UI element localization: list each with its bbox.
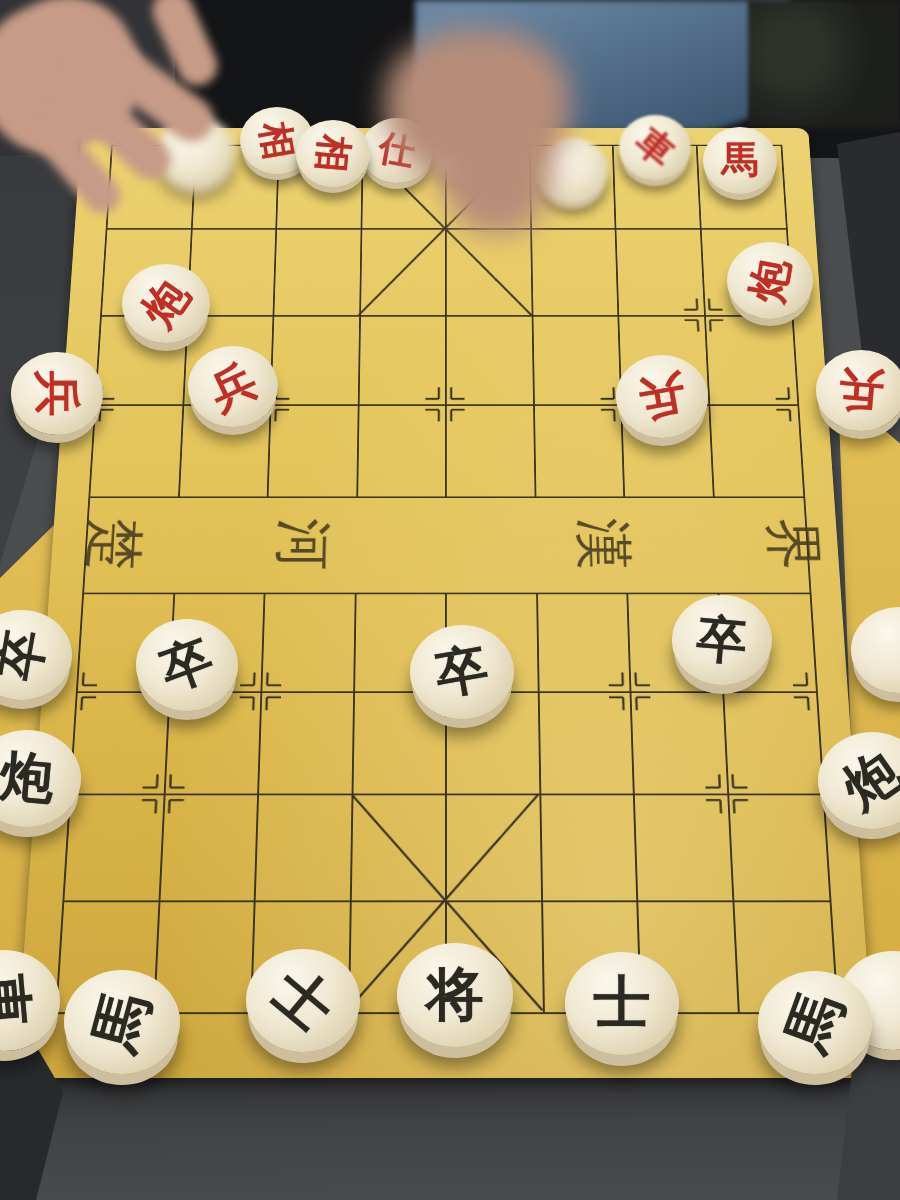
camo-shoulder	[748, 0, 900, 128]
piece-black-cannon-1[interactable]: 炮	[0, 730, 81, 827]
river-character: 界	[758, 518, 830, 570]
piece-red-horse-1[interactable]: 馬	[703, 127, 777, 194]
river-character: 河	[268, 518, 338, 570]
piece-red-soldier-3[interactable]: 兵	[616, 355, 708, 438]
piece-glyph: 相	[296, 113, 369, 193]
piece-glyph: 炮	[0, 725, 85, 831]
piece-glyph: 兵	[609, 347, 714, 445]
piece-red-elephant-2[interactable]: 相	[296, 120, 370, 187]
piece-glyph: 士	[565, 952, 679, 1055]
river-character: 楚	[79, 518, 151, 570]
piece-glyph: 兵	[16, 347, 99, 439]
piece-black-advisor-1[interactable]: 士	[246, 949, 360, 1052]
piece-black-advisor-2[interactable]: 士	[565, 952, 679, 1055]
piece-black-horse-2[interactable]: 馬	[758, 971, 872, 1074]
piece-red-cannon-2[interactable]: 炮	[727, 242, 813, 319]
piece-glyph: 将	[397, 943, 513, 1047]
piece-glyph: 炮	[725, 231, 816, 329]
piece-glyph: 馬	[703, 127, 777, 194]
piece-red-soldier-1[interactable]: 兵	[11, 352, 103, 435]
piece-glyph: 卒	[403, 617, 522, 728]
piece-black-soldier-1[interactable]: 卒	[0, 610, 72, 700]
piece-black-general[interactable]: 将	[397, 943, 513, 1047]
piece-red-cannon-1[interactable]: 炮	[122, 264, 210, 343]
piece-black-soldier-3[interactable]: 卒	[410, 625, 514, 719]
piece-glyph: 兵	[813, 346, 900, 435]
piece-red-soldier-2[interactable]: 兵	[188, 346, 278, 427]
river-character: 漢	[569, 518, 639, 570]
piece-black-chariot-1-edge[interactable]: 車	[0, 950, 60, 1051]
piece-black-soldier-2[interactable]: 卒	[136, 619, 238, 711]
xiangqi-setup-photo: { "game": "xiangqi (Chinese chess), over…	[0, 0, 900, 1200]
piece-glyph: 車	[0, 940, 59, 1060]
piece-glyph: 卒	[668, 591, 775, 689]
piece-red-chariot-1[interactable]: 車	[619, 115, 691, 180]
piece-red-soldier-4[interactable]: 兵	[816, 350, 900, 431]
piece-black-soldier-4[interactable]: 卒	[672, 595, 772, 685]
piece-black-horse-1[interactable]: 馬	[64, 970, 180, 1074]
